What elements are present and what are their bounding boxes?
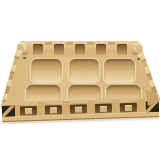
tray bbox=[0, 0, 160, 160]
rail-window bbox=[20, 106, 37, 116]
board-photo bbox=[0, 0, 160, 160]
pit-r0c2[interactable] bbox=[104, 59, 135, 83]
rail-foot-block bbox=[25, 108, 32, 114]
rail-post-tab bbox=[88, 99, 95, 102]
rail-post-tab bbox=[38, 101, 45, 104]
rail-foot-block bbox=[75, 106, 82, 112]
rail-window bbox=[70, 104, 87, 114]
rail-corner-brace bbox=[2, 106, 15, 117]
rail-window bbox=[120, 103, 137, 113]
pit-r0c1[interactable] bbox=[69, 59, 99, 83]
rail-foot-block bbox=[125, 105, 132, 111]
rail-post-tab bbox=[63, 100, 70, 103]
rail-window bbox=[45, 105, 62, 115]
pit-grid bbox=[0, 0, 160, 160]
rail-post-tab bbox=[113, 98, 120, 101]
rail-window bbox=[95, 104, 112, 114]
rail-foot-block bbox=[50, 107, 57, 113]
pit-r0c0[interactable] bbox=[31, 59, 62, 83]
rail-post-tab bbox=[138, 98, 145, 101]
rail-foot-block bbox=[100, 106, 107, 112]
